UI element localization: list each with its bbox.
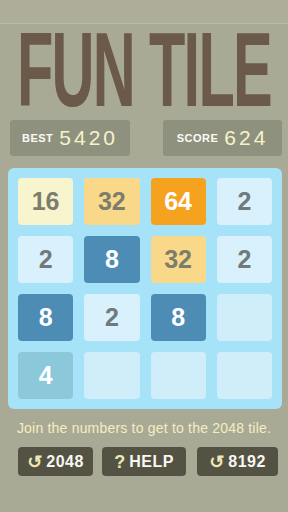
tile-8: 8 (84, 236, 139, 283)
best-score-value: 5420 (59, 126, 118, 150)
tile-2: 2 (217, 178, 272, 225)
best-score-box: BEST 5420 (10, 120, 130, 156)
current-score-box: SCORE 624 (163, 120, 282, 156)
current-score-label: SCORE (177, 132, 219, 144)
cell-empty (217, 294, 272, 341)
game-board[interactable]: 1632642283228284 (8, 168, 282, 409)
restart-icon: ↺ (27, 453, 42, 471)
restart-8192-button[interactable]: ↺8192 (197, 447, 278, 476)
help-button[interactable]: ?HELP (102, 447, 186, 476)
instruction-text: Join the numbers to get to the 2048 tile… (0, 420, 288, 436)
restart-icon: ↺ (209, 453, 224, 471)
cell-empty (217, 352, 272, 399)
tile-2: 2 (217, 236, 272, 283)
tile-2: 2 (84, 294, 139, 341)
tile-4: 4 (18, 352, 73, 399)
app-screen: FUN TILE BEST 5420 SCORE 624 16326422832… (0, 0, 288, 512)
restart-2048-button[interactable]: ↺2048 (18, 447, 93, 476)
tile-64: 64 (151, 178, 206, 225)
question-mark-icon: ? (114, 453, 125, 471)
button-label: 2048 (46, 453, 84, 471)
cell-empty (84, 352, 139, 399)
app-title: FUN TILE (22, 4, 267, 136)
current-score-value: 624 (224, 126, 268, 150)
tile-8: 8 (151, 294, 206, 341)
tile-2: 2 (18, 236, 73, 283)
tile-32: 32 (151, 236, 206, 283)
tile-8: 8 (18, 294, 73, 341)
best-score-label: BEST (22, 132, 53, 144)
tile-32: 32 (84, 178, 139, 225)
button-label: HELP (129, 453, 174, 471)
cell-empty (151, 352, 206, 399)
button-label: 8192 (228, 453, 266, 471)
tile-16: 16 (18, 178, 73, 225)
